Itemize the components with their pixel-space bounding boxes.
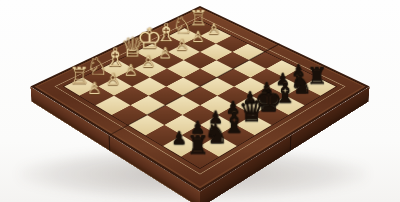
box-wall-fold-joint <box>108 135 110 152</box>
folding-chess-box: ♖♙♟♜♘♙♟♞♗♙♟♝♔♙♟♚♕♙♟♛♗♙♟♝♘♙♟♞♖♙♟♜ <box>30 6 369 191</box>
box-wall-fold-joint <box>289 135 291 152</box>
board-frame: ♖♙♟♜♘♙♟♞♗♙♟♝♔♙♟♚♕♙♟♛♗♙♟♝♘♙♟♞♖♙♟♜ <box>30 6 369 191</box>
scene: ♖♙♟♜♘♙♟♞♗♙♟♝♔♙♟♚♕♙♟♛♗♙♟♝♘♙♟♞♖♙♟♜ <box>0 0 400 202</box>
photo-stage: ♖♙♟♜♘♙♟♞♗♙♟♝♔♙♟♚♕♙♟♛♗♙♟♝♘♙♟♞♖♙♟♜ <box>0 0 400 202</box>
black-rook[interactable]: ♜ <box>178 133 218 158</box>
square-a8[interactable]: ♜ <box>181 146 218 168</box>
white-pawn[interactable]: ♙ <box>76 81 113 97</box>
